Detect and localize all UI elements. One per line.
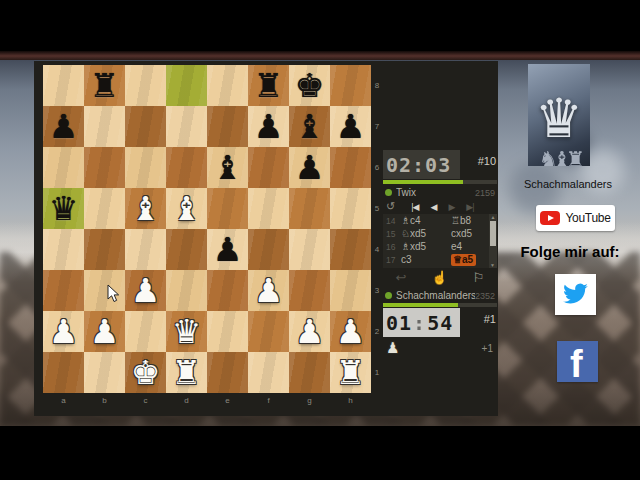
white-piece[interactable]: ♟ xyxy=(49,311,79,352)
white-move[interactable]: ♗xd5 xyxy=(401,241,451,252)
move-row: 17c3♕a5 xyxy=(383,253,489,266)
time-bar-black xyxy=(383,180,497,184)
square-e5[interactable] xyxy=(207,188,248,229)
square-f1[interactable] xyxy=(248,352,289,393)
material-advantage: +1 xyxy=(482,343,493,354)
square-d7[interactable] xyxy=(166,106,207,147)
square-c8[interactable] xyxy=(125,65,166,106)
white-piece[interactable]: ♝ xyxy=(131,188,161,229)
move-row: 15♘xd5cxd5 xyxy=(383,227,489,240)
black-piece[interactable]: ♚ xyxy=(295,65,325,106)
rank-label: 7 xyxy=(372,106,382,147)
facebook-f-icon: f xyxy=(570,343,583,382)
youtube-label: YouTube xyxy=(565,211,610,225)
player-rating: 2352 xyxy=(475,291,495,301)
last-move-button[interactable]: ▶| xyxy=(466,202,473,212)
square-a3[interactable] xyxy=(43,270,84,311)
white-move[interactable]: c3 xyxy=(401,254,451,265)
clock-black-player: 02:03 xyxy=(383,150,460,179)
scrollbar-thumb[interactable] xyxy=(490,221,496,246)
black-piece[interactable]: ♛ xyxy=(49,188,79,229)
channel-avatar: ♛ ♞♝♜ xyxy=(528,64,590,166)
video-frame: ♜♜♚♟♟♝♟♝♟♛♝♝♟♟♟♟♟♛♟♟♚♜♜ abcdefgh 8765432… xyxy=(0,0,640,480)
black-piece[interactable]: ♟ xyxy=(213,229,243,270)
clock-white-player-active: 01:54 xyxy=(383,308,460,337)
replay-controls: ↺ |◀ ◀ ▶ ▶| xyxy=(383,200,497,213)
black-piece[interactable]: ♝ xyxy=(213,147,243,188)
square-d8[interactable] xyxy=(166,65,207,106)
player-row-black[interactable]: Twix 2159 xyxy=(383,186,497,199)
square-a4[interactable] xyxy=(43,229,84,270)
square-e2[interactable] xyxy=(207,311,248,352)
square-b1[interactable] xyxy=(84,352,125,393)
black-piece[interactable]: ♝ xyxy=(295,106,325,147)
square-c2[interactable] xyxy=(125,311,166,352)
player-row-white[interactable]: Schachmalanders 2352 xyxy=(383,289,497,302)
prev-move-button[interactable]: ◀ xyxy=(430,202,436,212)
square-d4[interactable] xyxy=(166,229,207,270)
follow-text: Folge mir auf: xyxy=(504,243,636,260)
youtube-button[interactable]: YouTube xyxy=(536,205,615,231)
black-piece[interactable]: ♜ xyxy=(90,65,120,106)
square-e7[interactable] xyxy=(207,106,248,147)
takeback-icon[interactable]: ↩ xyxy=(396,270,407,285)
move-number: 16 xyxy=(383,242,401,252)
white-piece[interactable]: ♛ xyxy=(172,311,202,352)
file-label: b xyxy=(84,396,125,408)
square-f2[interactable] xyxy=(248,311,289,352)
square-h6[interactable] xyxy=(330,147,371,188)
white-piece[interactable]: ♟ xyxy=(336,311,366,352)
tournament-rank-white: #1 xyxy=(454,313,496,325)
youtube-play-icon xyxy=(540,211,560,225)
square-a7[interactable]: ♟ xyxy=(43,106,84,147)
black-piece[interactable]: ♜ xyxy=(254,65,284,106)
current-move[interactable]: ♕a5 xyxy=(451,254,476,266)
silver-queen-icon: ♛ xyxy=(535,87,583,150)
black-piece[interactable]: ♟ xyxy=(336,106,366,147)
file-label: h xyxy=(330,396,371,408)
white-move[interactable]: ♘xd5 xyxy=(401,228,451,239)
square-b2[interactable]: ♟ xyxy=(84,311,125,352)
square-g2[interactable]: ♟ xyxy=(289,311,330,352)
square-c3[interactable]: ♟ xyxy=(125,270,166,311)
file-labels: abcdefgh xyxy=(43,396,371,408)
square-g7[interactable]: ♝ xyxy=(289,106,330,147)
square-c6[interactable] xyxy=(125,147,166,188)
white-piece[interactable]: ♝ xyxy=(172,188,202,229)
online-dot-icon xyxy=(385,292,392,299)
twitter-bird-icon xyxy=(562,283,589,306)
chess-board[interactable]: ♜♜♚♟♟♝♟♝♟♛♝♝♟♟♟♟♟♛♟♟♚♜♜ xyxy=(43,65,371,393)
letterbox-bottom xyxy=(0,426,640,480)
square-f5[interactable] xyxy=(248,188,289,229)
square-h3[interactable] xyxy=(330,270,371,311)
square-b5[interactable] xyxy=(84,188,125,229)
square-c4[interactable] xyxy=(125,229,166,270)
file-label: a xyxy=(43,396,84,408)
facebook-button[interactable]: f xyxy=(557,341,598,382)
move-number: 14 xyxy=(383,216,401,226)
black-piece[interactable]: ♟ xyxy=(49,106,79,147)
move-number: 15 xyxy=(383,229,401,239)
square-e8[interactable] xyxy=(207,65,248,106)
channel-name: Schachmalanders xyxy=(504,178,632,190)
move-number: 17 xyxy=(383,255,401,265)
square-d2[interactable]: ♛ xyxy=(166,311,207,352)
square-d5[interactable]: ♝ xyxy=(166,188,207,229)
square-c1[interactable]: ♚ xyxy=(125,352,166,393)
square-f7[interactable]: ♟ xyxy=(248,106,289,147)
game-actions: ↩ ☝ ⚐ xyxy=(383,269,497,286)
black-move[interactable]: cxd5 xyxy=(451,228,489,239)
square-e1[interactable] xyxy=(207,352,248,393)
rank-label: 2 xyxy=(372,311,382,352)
file-label: f xyxy=(248,396,289,408)
square-f4[interactable] xyxy=(248,229,289,270)
mouse-cursor xyxy=(107,284,120,303)
square-e6[interactable]: ♝ xyxy=(207,147,248,188)
square-a6[interactable] xyxy=(43,147,84,188)
square-h2[interactable]: ♟ xyxy=(330,311,371,352)
move-row: 16♗xd5e4 xyxy=(383,240,489,253)
file-label: c xyxy=(125,396,166,408)
black-move[interactable]: ♖b8 xyxy=(451,215,489,226)
player-name[interactable]: Schachmalanders xyxy=(396,290,475,301)
time-bar-white xyxy=(383,303,497,307)
scroll-up-icon[interactable]: ▲ xyxy=(491,214,496,220)
square-d3[interactable] xyxy=(166,270,207,311)
player-rating: 2159 xyxy=(475,188,495,198)
square-f6[interactable] xyxy=(248,147,289,188)
square-a2[interactable]: ♟ xyxy=(43,311,84,352)
square-g8[interactable]: ♚ xyxy=(289,65,330,106)
rank-label: 8 xyxy=(372,65,382,106)
black-piece[interactable]: ♟ xyxy=(254,106,284,147)
white-piece[interactable]: ♟ xyxy=(131,270,161,311)
square-d6[interactable] xyxy=(166,147,207,188)
square-g4[interactable] xyxy=(289,229,330,270)
move-list[interactable]: 14♗c4♖b815♘xd5cxd516♗xd5e417c3♕a5 xyxy=(383,214,489,268)
square-g5[interactable] xyxy=(289,188,330,229)
white-piece[interactable]: ♟ xyxy=(254,270,284,311)
loop-icon[interactable]: ↺ xyxy=(386,200,395,213)
rank-label: 6 xyxy=(372,147,382,188)
scroll-down-icon[interactable]: ▼ xyxy=(490,262,495,268)
square-b4[interactable] xyxy=(84,229,125,270)
draw-offer-hand-icon[interactable]: ☝ xyxy=(432,270,448,285)
rank-label: 5 xyxy=(372,188,382,229)
square-b7[interactable] xyxy=(84,106,125,147)
square-f3[interactable]: ♟ xyxy=(248,270,289,311)
next-move-button[interactable]: ▶ xyxy=(448,202,454,212)
square-a8[interactable] xyxy=(43,65,84,106)
square-e3[interactable] xyxy=(207,270,248,311)
rank-label: 3 xyxy=(372,270,382,311)
white-move[interactable]: ♗c4 xyxy=(401,215,451,226)
resign-flag-icon[interactable]: ⚐ xyxy=(473,270,485,285)
square-a1[interactable] xyxy=(43,352,84,393)
file-label: e xyxy=(207,396,248,408)
square-h8[interactable] xyxy=(330,65,371,106)
square-h4[interactable] xyxy=(330,229,371,270)
square-c7[interactable] xyxy=(125,106,166,147)
square-g6[interactable]: ♟ xyxy=(289,147,330,188)
square-h7[interactable]: ♟ xyxy=(330,106,371,147)
square-g3[interactable] xyxy=(289,270,330,311)
fallen-pieces-icon: ♞♝♜ xyxy=(528,147,590,166)
twitter-button[interactable] xyxy=(555,274,596,315)
move-list-scrollbar[interactable]: ▲ ▼ xyxy=(489,214,497,268)
white-piece[interactable]: ♜ xyxy=(336,352,366,393)
file-label: d xyxy=(166,396,207,408)
white-piece[interactable]: ♟ xyxy=(295,311,325,352)
player-name[interactable]: Twix xyxy=(396,187,475,198)
tournament-rank-black: #10 xyxy=(454,155,496,167)
captured-pawn-icon: ♟ xyxy=(386,339,399,357)
black-piece[interactable]: ♟ xyxy=(295,147,325,188)
first-move-button[interactable]: |◀ xyxy=(411,202,418,212)
square-c5[interactable]: ♝ xyxy=(125,188,166,229)
white-piece[interactable]: ♟ xyxy=(90,311,120,352)
rank-label: 1 xyxy=(372,352,382,393)
square-g1[interactable] xyxy=(289,352,330,393)
captured-pieces: ♟ +1 xyxy=(386,338,497,358)
move-row: 14♗c4♖b8 xyxy=(383,214,489,227)
square-e4[interactable]: ♟ xyxy=(207,229,248,270)
online-dot-icon xyxy=(385,189,392,196)
square-b6[interactable] xyxy=(84,147,125,188)
rank-label: 4 xyxy=(372,229,382,270)
black-move[interactable]: e4 xyxy=(451,241,489,252)
square-d1[interactable]: ♜ xyxy=(166,352,207,393)
square-a5[interactable]: ♛ xyxy=(43,188,84,229)
white-piece[interactable]: ♜ xyxy=(172,352,202,393)
rank-labels: 87654321 xyxy=(372,65,382,393)
square-f8[interactable]: ♜ xyxy=(248,65,289,106)
letterbox-top xyxy=(0,0,640,52)
square-h5[interactable] xyxy=(330,188,371,229)
black-move[interactable]: ♕a5 xyxy=(451,254,489,265)
square-b8[interactable]: ♜ xyxy=(84,65,125,106)
file-label: g xyxy=(289,396,330,408)
photo-top-edge xyxy=(0,51,640,60)
square-h1[interactable]: ♜ xyxy=(330,352,371,393)
white-piece[interactable]: ♚ xyxy=(131,352,161,393)
